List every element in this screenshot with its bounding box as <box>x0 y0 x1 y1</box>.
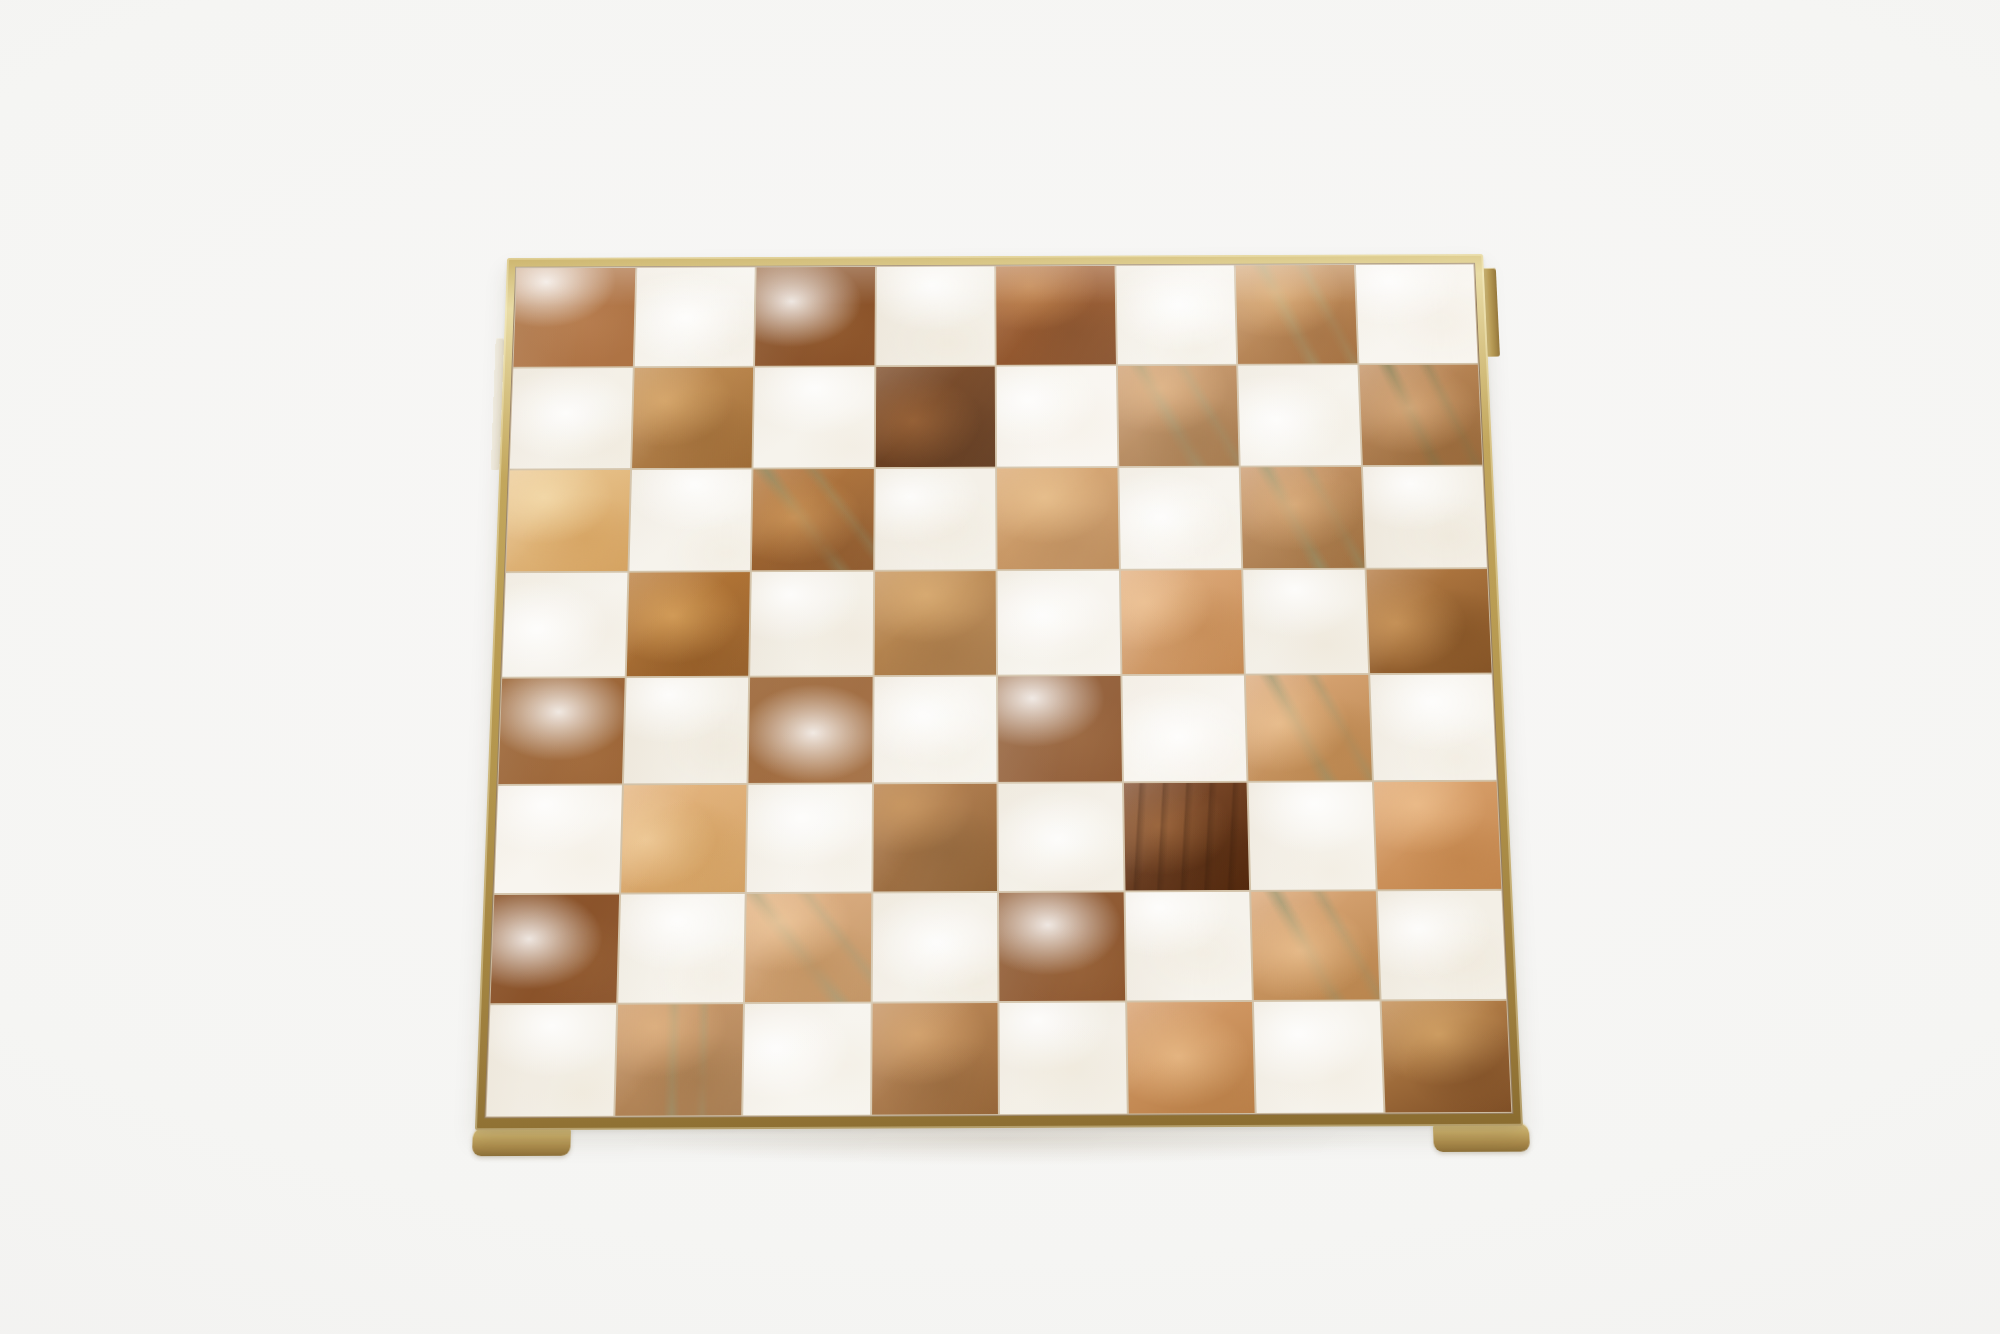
square-f2[interactable] <box>1125 891 1252 1000</box>
brass-frame <box>475 254 1523 1130</box>
square-c6[interactable] <box>752 468 874 570</box>
square-c5[interactable] <box>750 572 873 676</box>
square-g3[interactable] <box>1248 782 1375 889</box>
square-d3[interactable] <box>873 784 997 892</box>
square-b2[interactable] <box>618 893 745 1002</box>
square-g8[interactable] <box>1236 265 1357 364</box>
square-g7[interactable] <box>1238 365 1360 465</box>
square-d1[interactable] <box>872 1003 998 1114</box>
square-h7[interactable] <box>1359 364 1482 464</box>
square-d6[interactable] <box>875 468 996 570</box>
square-c1[interactable] <box>743 1004 870 1115</box>
square-a6[interactable] <box>506 469 630 571</box>
square-b6[interactable] <box>629 469 752 571</box>
square-e2[interactable] <box>999 892 1125 1001</box>
square-f7[interactable] <box>1117 365 1238 465</box>
square-g5[interactable] <box>1243 570 1368 674</box>
board-grid <box>484 263 1513 1119</box>
square-a5[interactable] <box>502 573 627 677</box>
square-e3[interactable] <box>998 783 1123 891</box>
square-e7[interactable] <box>997 366 1117 466</box>
square-h8[interactable] <box>1355 264 1477 363</box>
square-d4[interactable] <box>873 677 996 783</box>
square-e1[interactable] <box>999 1003 1126 1114</box>
square-c7[interactable] <box>753 367 873 467</box>
square-a1[interactable] <box>486 1005 615 1116</box>
square-e6[interactable] <box>997 467 1118 569</box>
square-f8[interactable] <box>1116 265 1236 364</box>
square-e5[interactable] <box>998 571 1120 675</box>
square-b3[interactable] <box>621 785 747 893</box>
square-h4[interactable] <box>1370 674 1497 780</box>
square-a2[interactable] <box>490 894 618 1003</box>
square-a7[interactable] <box>510 368 633 468</box>
square-c4[interactable] <box>748 677 872 783</box>
square-h5[interactable] <box>1366 569 1492 673</box>
square-c2[interactable] <box>745 893 871 1002</box>
square-c3[interactable] <box>747 784 872 892</box>
square-g2[interactable] <box>1251 891 1379 1000</box>
square-f6[interactable] <box>1119 467 1241 569</box>
square-d7[interactable] <box>875 366 995 466</box>
square-e8[interactable] <box>996 266 1115 365</box>
square-e4[interactable] <box>998 676 1122 782</box>
square-h6[interactable] <box>1362 466 1486 568</box>
chessboard <box>475 254 1523 1130</box>
square-b8[interactable] <box>634 267 754 366</box>
square-g6[interactable] <box>1241 466 1364 568</box>
square-d8[interactable] <box>876 266 995 365</box>
square-f3[interactable] <box>1123 782 1249 889</box>
square-c8[interactable] <box>755 267 874 366</box>
square-f1[interactable] <box>1127 1002 1255 1113</box>
square-g4[interactable] <box>1246 675 1372 781</box>
photo-background <box>0 0 2000 1334</box>
square-d2[interactable] <box>872 892 997 1001</box>
square-g1[interactable] <box>1254 1002 1383 1113</box>
square-f5[interactable] <box>1120 570 1243 674</box>
square-a4[interactable] <box>498 678 624 784</box>
square-h2[interactable] <box>1377 890 1506 999</box>
square-b4[interactable] <box>623 678 748 784</box>
square-h1[interactable] <box>1381 1001 1511 1112</box>
square-b5[interactable] <box>626 572 750 676</box>
square-a8[interactable] <box>513 268 634 367</box>
square-a3[interactable] <box>494 785 621 893</box>
square-d5[interactable] <box>874 571 996 675</box>
square-b7[interactable] <box>632 367 754 467</box>
square-f4[interactable] <box>1122 675 1247 781</box>
square-h3[interactable] <box>1373 781 1501 888</box>
square-b1[interactable] <box>615 1004 743 1115</box>
